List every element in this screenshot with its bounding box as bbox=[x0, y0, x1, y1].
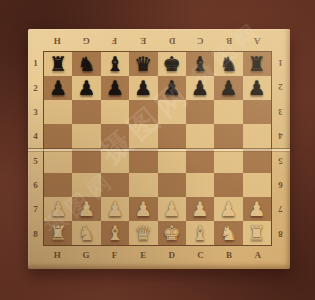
photo-background-table: HGFEDCBA HGFEDCBA 12345678 12345678 ♜♞♝♛… bbox=[0, 0, 315, 300]
square-d5[interactable] bbox=[158, 149, 186, 173]
white-pawn-e7[interactable]: ♟ bbox=[134, 199, 152, 219]
black-pawn-h2[interactable]: ♟ bbox=[49, 78, 67, 98]
rank-label-right-5: 5 bbox=[273, 149, 288, 173]
square-e2[interactable]: ♟ bbox=[129, 76, 157, 100]
rank-label-right-4: 4 bbox=[273, 124, 288, 148]
square-f2[interactable]: ♟ bbox=[101, 76, 129, 100]
square-g7[interactable]: ♟ bbox=[72, 197, 100, 221]
rank-label-left-5: 5 bbox=[28, 149, 43, 173]
file-labels-top: HGFEDCBA bbox=[43, 32, 272, 46]
square-c7[interactable]: ♟ bbox=[186, 197, 214, 221]
square-h7[interactable]: ♟ bbox=[44, 197, 72, 221]
square-d1[interactable]: ♚ bbox=[158, 52, 186, 76]
square-d8[interactable]: ♚ bbox=[158, 221, 186, 245]
square-f4[interactable] bbox=[101, 124, 129, 148]
file-label-top-c: C bbox=[186, 32, 215, 46]
square-e3[interactable] bbox=[129, 100, 157, 124]
white-knight-b8[interactable]: ♞ bbox=[219, 223, 237, 243]
white-pawn-c7[interactable]: ♟ bbox=[191, 199, 209, 219]
square-a6[interactable] bbox=[243, 173, 271, 197]
rank-label-left-4: 4 bbox=[28, 124, 43, 148]
file-label-top-d: D bbox=[158, 32, 187, 46]
square-c5[interactable] bbox=[186, 149, 214, 173]
file-label-top-b: B bbox=[215, 32, 244, 46]
square-d2[interactable]: ♟ bbox=[158, 76, 186, 100]
square-g4[interactable] bbox=[72, 124, 100, 148]
square-h3[interactable] bbox=[44, 100, 72, 124]
file-labels-bottom: HGFEDCBA bbox=[43, 250, 272, 264]
square-a3[interactable] bbox=[243, 100, 271, 124]
black-pawn-g2[interactable]: ♟ bbox=[78, 78, 96, 98]
square-e6[interactable] bbox=[129, 173, 157, 197]
square-a5[interactable] bbox=[243, 149, 271, 173]
white-pawn-f7[interactable]: ♟ bbox=[106, 199, 124, 219]
square-e8[interactable]: ♛ bbox=[129, 221, 157, 245]
square-h4[interactable] bbox=[44, 124, 72, 148]
square-b3[interactable] bbox=[214, 100, 242, 124]
chess-board: HGFEDCBA HGFEDCBA 12345678 12345678 ♜♞♝♛… bbox=[28, 29, 290, 269]
file-label-top-f: F bbox=[100, 32, 129, 46]
square-a1[interactable]: ♜ bbox=[243, 52, 271, 76]
square-b6[interactable] bbox=[214, 173, 242, 197]
square-a7[interactable]: ♟ bbox=[243, 197, 271, 221]
white-rook-h8[interactable]: ♜ bbox=[49, 223, 67, 243]
square-g6[interactable] bbox=[72, 173, 100, 197]
black-pawn-a2[interactable]: ♟ bbox=[248, 78, 266, 98]
square-a2[interactable]: ♟ bbox=[243, 76, 271, 100]
square-f8[interactable]: ♝ bbox=[101, 221, 129, 245]
rank-label-left-6: 6 bbox=[28, 173, 43, 197]
square-b7[interactable]: ♟ bbox=[214, 197, 242, 221]
black-bishop-f1[interactable]: ♝ bbox=[106, 54, 124, 74]
rank-label-left-1: 1 bbox=[28, 51, 43, 75]
square-d4[interactable] bbox=[158, 124, 186, 148]
square-e1[interactable]: ♛ bbox=[129, 52, 157, 76]
square-a4[interactable] bbox=[243, 124, 271, 148]
file-label-top-e: E bbox=[129, 32, 158, 46]
square-e4[interactable] bbox=[129, 124, 157, 148]
black-knight-b1[interactable]: ♞ bbox=[219, 54, 237, 74]
square-d3[interactable] bbox=[158, 100, 186, 124]
rank-label-right-8: 8 bbox=[273, 222, 288, 246]
white-knight-g8[interactable]: ♞ bbox=[78, 223, 96, 243]
file-label-bottom-b: B bbox=[215, 250, 244, 264]
file-label-bottom-h: H bbox=[43, 250, 72, 264]
rank-label-right-1: 1 bbox=[273, 51, 288, 75]
square-c2[interactable]: ♟ bbox=[186, 76, 214, 100]
square-g1[interactable]: ♞ bbox=[72, 52, 100, 76]
file-label-bottom-e: E bbox=[129, 250, 158, 264]
black-pawn-b2[interactable]: ♟ bbox=[219, 78, 237, 98]
square-h2[interactable]: ♟ bbox=[44, 76, 72, 100]
square-c6[interactable] bbox=[186, 173, 214, 197]
black-queen-e1[interactable]: ♛ bbox=[134, 54, 152, 74]
square-f3[interactable] bbox=[101, 100, 129, 124]
rank-label-right-7: 7 bbox=[273, 197, 288, 221]
square-b5[interactable] bbox=[214, 149, 242, 173]
square-c3[interactable] bbox=[186, 100, 214, 124]
black-rook-h1[interactable]: ♜ bbox=[49, 54, 67, 74]
file-label-bottom-g: G bbox=[72, 250, 101, 264]
black-pawn-f2[interactable]: ♟ bbox=[106, 78, 124, 98]
black-knight-g1[interactable]: ♞ bbox=[78, 54, 96, 74]
square-f7[interactable]: ♟ bbox=[101, 197, 129, 221]
square-a8[interactable]: ♜ bbox=[243, 221, 271, 245]
square-c1[interactable]: ♝ bbox=[186, 52, 214, 76]
white-pawn-b7[interactable]: ♟ bbox=[219, 199, 237, 219]
square-d6[interactable] bbox=[158, 173, 186, 197]
square-h6[interactable] bbox=[44, 173, 72, 197]
rank-label-left-2: 2 bbox=[28, 75, 43, 99]
file-label-top-a: A bbox=[243, 32, 272, 46]
square-h1[interactable]: ♜ bbox=[44, 52, 72, 76]
square-b4[interactable] bbox=[214, 124, 242, 148]
black-rook-a1[interactable]: ♜ bbox=[248, 54, 266, 74]
white-pawn-a7[interactable]: ♟ bbox=[248, 199, 266, 219]
black-pawn-e2[interactable]: ♟ bbox=[134, 78, 152, 98]
black-king-d1[interactable]: ♚ bbox=[163, 54, 181, 74]
square-g2[interactable]: ♟ bbox=[72, 76, 100, 100]
square-c4[interactable] bbox=[186, 124, 214, 148]
black-bishop-c1[interactable]: ♝ bbox=[191, 54, 209, 74]
white-pawn-g7[interactable]: ♟ bbox=[78, 199, 96, 219]
square-b2[interactable]: ♟ bbox=[214, 76, 242, 100]
square-f1[interactable]: ♝ bbox=[101, 52, 129, 76]
white-pawn-d7[interactable]: ♟ bbox=[163, 199, 181, 219]
rank-label-left-7: 7 bbox=[28, 197, 43, 221]
square-e5[interactable] bbox=[129, 149, 157, 173]
rank-label-right-2: 2 bbox=[273, 75, 288, 99]
rank-label-left-3: 3 bbox=[28, 100, 43, 124]
file-label-top-g: G bbox=[72, 32, 101, 46]
square-c8[interactable]: ♝ bbox=[186, 221, 214, 245]
file-label-bottom-a: A bbox=[243, 250, 272, 264]
white-bishop-c8[interactable]: ♝ bbox=[191, 223, 209, 243]
rank-label-right-3: 3 bbox=[273, 100, 288, 124]
square-f6[interactable] bbox=[101, 173, 129, 197]
white-pawn-h7[interactable]: ♟ bbox=[49, 199, 67, 219]
square-b1[interactable]: ♞ bbox=[214, 52, 242, 76]
file-label-bottom-f: F bbox=[100, 250, 129, 264]
square-h5[interactable] bbox=[44, 149, 72, 173]
square-h8[interactable]: ♜ bbox=[44, 221, 72, 245]
file-label-top-h: H bbox=[43, 32, 72, 46]
square-e7[interactable]: ♟ bbox=[129, 197, 157, 221]
black-pawn-d2[interactable]: ♟ bbox=[163, 78, 181, 98]
square-d7[interactable]: ♟ bbox=[158, 197, 186, 221]
white-rook-a8[interactable]: ♜ bbox=[248, 223, 266, 243]
square-b8[interactable]: ♞ bbox=[214, 221, 242, 245]
rank-label-right-6: 6 bbox=[273, 173, 288, 197]
rank-label-left-8: 8 bbox=[28, 222, 43, 246]
white-king-d8[interactable]: ♚ bbox=[163, 223, 181, 243]
file-label-bottom-c: C bbox=[186, 250, 215, 264]
square-g5[interactable] bbox=[72, 149, 100, 173]
white-queen-e8[interactable]: ♛ bbox=[134, 223, 152, 243]
file-label-bottom-d: D bbox=[158, 250, 187, 264]
board-fold-seam bbox=[28, 148, 290, 152]
white-bishop-f8[interactable]: ♝ bbox=[106, 223, 124, 243]
black-pawn-c2[interactable]: ♟ bbox=[191, 78, 209, 98]
square-f5[interactable] bbox=[101, 149, 129, 173]
square-g3[interactable] bbox=[72, 100, 100, 124]
square-g8[interactable]: ♞ bbox=[72, 221, 100, 245]
